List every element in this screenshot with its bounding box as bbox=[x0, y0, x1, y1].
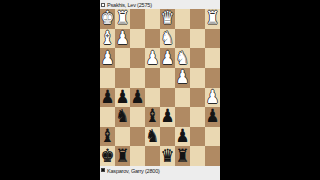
black-pawn[interactable]: ♟ bbox=[206, 108, 219, 126]
square-a8[interactable] bbox=[205, 146, 220, 166]
square-b1[interactable] bbox=[190, 9, 205, 29]
square-e6[interactable]: ♝ bbox=[145, 107, 160, 127]
square-g3[interactable] bbox=[115, 48, 130, 68]
black-pawn[interactable]: ♟ bbox=[101, 88, 114, 106]
square-d5[interactable] bbox=[160, 88, 175, 108]
square-b8[interactable] bbox=[190, 146, 205, 166]
square-g1[interactable]: ♜ bbox=[115, 9, 130, 29]
square-a1[interactable]: ♜ bbox=[205, 9, 220, 29]
white-knight[interactable]: ♞ bbox=[176, 49, 189, 67]
white-queen[interactable]: ♛ bbox=[161, 10, 174, 28]
square-c5[interactable] bbox=[175, 88, 190, 108]
black-pawn[interactable]: ♟ bbox=[131, 88, 144, 106]
square-h1[interactable]: ♚ bbox=[100, 9, 115, 29]
player-bar-bottom: Kasparov, Garry (2800) bbox=[100, 166, 220, 180]
square-b6[interactable] bbox=[190, 107, 205, 127]
square-d1[interactable]: ♛ bbox=[160, 9, 175, 29]
white-pawn[interactable]: ♟ bbox=[101, 49, 114, 67]
square-f1[interactable] bbox=[130, 9, 145, 29]
square-e3[interactable]: ♟ bbox=[145, 48, 160, 68]
square-c2[interactable] bbox=[175, 29, 190, 49]
chess-app-column: Psakhis, Lev (2575) ♚♜♛♜♝♟♞♟♟♟♞♟♟♟♟♟♞♝♟♟… bbox=[100, 0, 220, 180]
white-rook[interactable]: ♜ bbox=[206, 10, 219, 28]
square-d2[interactable]: ♞ bbox=[160, 29, 175, 49]
black-queen[interactable]: ♛ bbox=[161, 147, 174, 165]
black-knight[interactable]: ♞ bbox=[116, 108, 129, 126]
top-player-name: Psakhis, Lev (2575) bbox=[107, 2, 152, 8]
bottom-player-name: Kasparov, Garry (2800) bbox=[107, 168, 160, 174]
square-c7[interactable]: ♟ bbox=[175, 127, 190, 147]
white-bishop[interactable]: ♝ bbox=[101, 29, 114, 47]
square-c1[interactable] bbox=[175, 9, 190, 29]
square-f3[interactable] bbox=[130, 48, 145, 68]
black-bishop[interactable]: ♝ bbox=[146, 108, 159, 126]
square-c3[interactable]: ♞ bbox=[175, 48, 190, 68]
white-pawn[interactable]: ♟ bbox=[176, 69, 189, 87]
square-d7[interactable] bbox=[160, 127, 175, 147]
square-d3[interactable]: ♟ bbox=[160, 48, 175, 68]
square-a4[interactable] bbox=[205, 68, 220, 88]
black-pawn[interactable]: ♟ bbox=[161, 108, 174, 126]
black-rook[interactable]: ♜ bbox=[176, 147, 189, 165]
square-c8[interactable]: ♜ bbox=[175, 146, 190, 166]
square-c4[interactable]: ♟ bbox=[175, 68, 190, 88]
square-e1[interactable] bbox=[145, 9, 160, 29]
white-side-icon bbox=[101, 3, 105, 7]
square-g6[interactable]: ♞ bbox=[115, 107, 130, 127]
square-g5[interactable]: ♟ bbox=[115, 88, 130, 108]
square-h2[interactable]: ♝ bbox=[100, 29, 115, 49]
square-f4[interactable] bbox=[130, 68, 145, 88]
square-a6[interactable]: ♟ bbox=[205, 107, 220, 127]
square-h3[interactable]: ♟ bbox=[100, 48, 115, 68]
black-pawn[interactable]: ♟ bbox=[116, 88, 129, 106]
black-side-icon bbox=[101, 168, 105, 172]
square-g4[interactable] bbox=[115, 68, 130, 88]
square-h7[interactable]: ♝ bbox=[100, 127, 115, 147]
chess-board: ♚♜♛♜♝♟♞♟♟♟♞♟♟♟♟♟♞♝♟♟♝♞♟♚♜♛♜ bbox=[100, 9, 220, 166]
black-rook[interactable]: ♜ bbox=[116, 147, 129, 165]
square-e2[interactable] bbox=[145, 29, 160, 49]
white-pawn[interactable]: ♟ bbox=[116, 29, 129, 47]
square-b4[interactable] bbox=[190, 68, 205, 88]
square-h5[interactable]: ♟ bbox=[100, 88, 115, 108]
square-b2[interactable] bbox=[190, 29, 205, 49]
black-pawn[interactable]: ♟ bbox=[176, 127, 189, 145]
square-d4[interactable] bbox=[160, 68, 175, 88]
square-e7[interactable]: ♞ bbox=[145, 127, 160, 147]
square-e4[interactable] bbox=[145, 68, 160, 88]
black-king[interactable]: ♚ bbox=[101, 147, 114, 165]
square-a5[interactable]: ♟ bbox=[205, 88, 220, 108]
white-pawn[interactable]: ♟ bbox=[161, 49, 174, 67]
square-a7[interactable] bbox=[205, 127, 220, 147]
square-g2[interactable]: ♟ bbox=[115, 29, 130, 49]
square-f2[interactable] bbox=[130, 29, 145, 49]
black-bishop[interactable]: ♝ bbox=[101, 127, 114, 145]
square-a3[interactable] bbox=[205, 48, 220, 68]
square-h6[interactable] bbox=[100, 107, 115, 127]
square-f5[interactable]: ♟ bbox=[130, 88, 145, 108]
square-b3[interactable] bbox=[190, 48, 205, 68]
square-f6[interactable] bbox=[130, 107, 145, 127]
white-pawn[interactable]: ♟ bbox=[146, 49, 159, 67]
square-b7[interactable] bbox=[190, 127, 205, 147]
square-f8[interactable] bbox=[130, 146, 145, 166]
square-h8[interactable]: ♚ bbox=[100, 146, 115, 166]
square-g7[interactable] bbox=[115, 127, 130, 147]
black-knight[interactable]: ♞ bbox=[146, 127, 159, 145]
white-rook[interactable]: ♜ bbox=[116, 10, 129, 28]
square-a2[interactable] bbox=[205, 29, 220, 49]
white-knight[interactable]: ♞ bbox=[161, 29, 174, 47]
square-d8[interactable]: ♛ bbox=[160, 146, 175, 166]
square-b5[interactable] bbox=[190, 88, 205, 108]
square-d6[interactable]: ♟ bbox=[160, 107, 175, 127]
video-frame: Psakhis, Lev (2575) ♚♜♛♜♝♟♞♟♟♟♞♟♟♟♟♟♞♝♟♟… bbox=[0, 0, 320, 180]
player-bar-top: Psakhis, Lev (2575) bbox=[100, 0, 220, 9]
white-king[interactable]: ♚ bbox=[101, 10, 114, 28]
square-e8[interactable] bbox=[145, 146, 160, 166]
white-pawn[interactable]: ♟ bbox=[206, 88, 219, 106]
square-f7[interactable] bbox=[130, 127, 145, 147]
square-c6[interactable] bbox=[175, 107, 190, 127]
square-h4[interactable] bbox=[100, 68, 115, 88]
square-g8[interactable]: ♜ bbox=[115, 146, 130, 166]
square-e5[interactable] bbox=[145, 88, 160, 108]
